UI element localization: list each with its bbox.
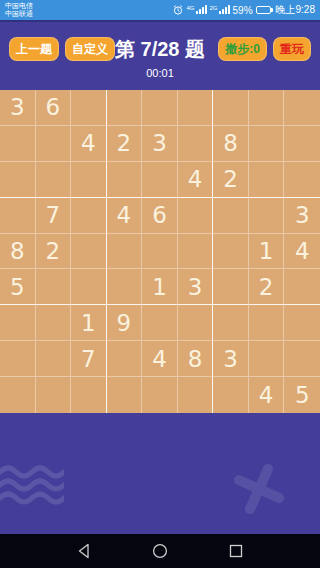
cell-r9c2[interactable] [36, 377, 72, 413]
cell-r5c6[interactable] [178, 234, 214, 270]
cell-r6c4[interactable] [107, 269, 143, 305]
cell-r6c7[interactable] [213, 269, 249, 305]
cell-r4c8[interactable] [249, 198, 285, 234]
status-bar: 中国电信 中国联通 4G 2G 59% 晚上9:28 [0, 0, 320, 20]
phone-screen: 中国电信 中国联通 4G 2G 59% 晚上9:28 上一 [0, 0, 320, 568]
cell-r7c2[interactable] [36, 305, 72, 341]
cell-r1c7[interactable] [213, 90, 249, 126]
carrier-line2: 中国联通 [5, 10, 33, 18]
back-icon[interactable] [76, 543, 92, 559]
waves-watermark-icon [0, 464, 64, 506]
cell-r7c3[interactable]: 1 [71, 305, 107, 341]
home-icon[interactable] [152, 543, 168, 559]
cell-r1c1[interactable]: 3 [0, 90, 36, 126]
cell-r3c1[interactable] [0, 162, 36, 198]
cell-r3c9[interactable] [284, 162, 320, 198]
cell-r2c4[interactable]: 2 [107, 126, 143, 162]
clock-time: 晚上9:28 [276, 3, 315, 17]
cell-r3c2[interactable] [36, 162, 72, 198]
cell-r7c5[interactable] [142, 305, 178, 341]
lower-panel [0, 413, 320, 534]
cell-r9c7[interactable] [213, 377, 249, 413]
cell-r6c9[interactable] [284, 269, 320, 305]
signal1-label: 4G [186, 5, 194, 11]
cell-r8c4[interactable] [107, 341, 143, 377]
alarm-icon [173, 5, 183, 15]
cell-r6c5[interactable]: 1 [142, 269, 178, 305]
cell-r4c9[interactable]: 3 [284, 198, 320, 234]
cell-r8c2[interactable] [36, 341, 72, 377]
cell-r8c3[interactable]: 7 [71, 341, 107, 377]
cell-r6c6[interactable]: 3 [178, 269, 214, 305]
cell-r5c1[interactable]: 8 [0, 234, 36, 270]
custom-puzzle-button[interactable]: 自定义 [65, 37, 115, 61]
cell-r3c4[interactable] [107, 162, 143, 198]
carrier-line1: 中国电信 [5, 2, 33, 10]
cell-r9c5[interactable] [142, 377, 178, 413]
cell-r2c2[interactable] [36, 126, 72, 162]
cell-r2c8[interactable] [249, 126, 285, 162]
cell-r1c3[interactable] [71, 90, 107, 126]
signal2-label: 2G [210, 5, 218, 11]
game-header: 上一题 自定义 撤步:0 重玩 第 7/28 题 00:01 [0, 20, 320, 90]
cell-r2c7[interactable]: 8 [213, 126, 249, 162]
cell-r8c7[interactable]: 3 [213, 341, 249, 377]
cell-r4c5[interactable]: 6 [142, 198, 178, 234]
cell-r2c3[interactable]: 4 [71, 126, 107, 162]
recents-icon[interactable] [228, 543, 244, 559]
cell-r9c8[interactable]: 4 [249, 377, 285, 413]
cell-r4c7[interactable] [213, 198, 249, 234]
cell-r5c5[interactable] [142, 234, 178, 270]
cell-r9c9[interactable]: 5 [284, 377, 320, 413]
cell-r3c7[interactable]: 2 [213, 162, 249, 198]
cell-r2c6[interactable] [178, 126, 214, 162]
cell-r9c3[interactable] [71, 377, 107, 413]
cell-r3c8[interactable] [249, 162, 285, 198]
cell-r8c9[interactable] [284, 341, 320, 377]
cell-r9c1[interactable] [0, 377, 36, 413]
cell-r6c8[interactable]: 2 [249, 269, 285, 305]
cell-r5c2[interactable]: 2 [36, 234, 72, 270]
carrier-labels: 中国电信 中国联通 [5, 2, 33, 18]
sudoku-board: 3642384274638214513219748345 [0, 90, 320, 413]
cell-r4c3[interactable] [71, 198, 107, 234]
cell-r7c1[interactable] [0, 305, 36, 341]
cell-r1c4[interactable] [107, 90, 143, 126]
cell-r7c8[interactable] [249, 305, 285, 341]
cell-r8c5[interactable]: 4 [142, 341, 178, 377]
battery-percent: 59% [233, 5, 253, 16]
cell-r8c1[interactable] [0, 341, 36, 377]
cell-r4c4[interactable]: 4 [107, 198, 143, 234]
cell-r7c7[interactable] [213, 305, 249, 341]
cell-r4c2[interactable]: 7 [36, 198, 72, 234]
signal-bars-icon [219, 5, 230, 14]
cell-r1c2[interactable]: 6 [36, 90, 72, 126]
cell-r3c5[interactable] [142, 162, 178, 198]
replay-button[interactable]: 重玩 [273, 37, 311, 61]
cell-r9c6[interactable] [178, 377, 214, 413]
cell-r6c1[interactable]: 5 [0, 269, 36, 305]
cell-r7c4[interactable]: 9 [107, 305, 143, 341]
cell-r7c6[interactable] [178, 305, 214, 341]
signal1: 4G [186, 5, 206, 16]
cell-r5c7[interactable] [213, 234, 249, 270]
cell-r5c4[interactable] [107, 234, 143, 270]
android-nav-bar [0, 534, 320, 568]
cell-r4c1[interactable] [0, 198, 36, 234]
cross-watermark-icon [223, 453, 294, 524]
cell-r3c3[interactable] [71, 162, 107, 198]
cell-r3c6[interactable]: 4 [178, 162, 214, 198]
cell-r4c6[interactable] [178, 198, 214, 234]
cell-r6c2[interactable] [36, 269, 72, 305]
cell-r6c3[interactable] [71, 269, 107, 305]
cell-r1c6[interactable] [178, 90, 214, 126]
cell-r2c5[interactable]: 3 [142, 126, 178, 162]
cell-r5c3[interactable] [71, 234, 107, 270]
signal2: 2G [210, 5, 230, 16]
cell-r2c1[interactable] [0, 126, 36, 162]
previous-puzzle-button[interactable]: 上一题 [9, 37, 59, 61]
cell-r5c8[interactable]: 1 [249, 234, 285, 270]
battery-icon [256, 6, 273, 14]
cell-r8c6[interactable]: 8 [178, 341, 214, 377]
puzzle-number-title: 第 7/28 题 [115, 35, 205, 63]
cell-r1c5[interactable] [142, 90, 178, 126]
cell-r5c9[interactable]: 4 [284, 234, 320, 270]
cell-r1c9[interactable] [284, 90, 320, 126]
timer-label: 00:01 [0, 67, 320, 79]
signal-bars-icon [196, 5, 207, 14]
cell-r1c8[interactable] [249, 90, 285, 126]
cell-r9c4[interactable] [107, 377, 143, 413]
undo-steps-button[interactable]: 撤步:0 [218, 37, 267, 61]
cell-r2c9[interactable] [284, 126, 320, 162]
cell-r7c9[interactable] [284, 305, 320, 341]
cell-r8c8[interactable] [249, 341, 285, 377]
